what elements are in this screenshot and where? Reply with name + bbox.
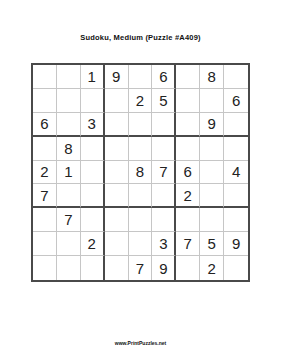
cell-r3c6 — [152, 113, 176, 137]
cell-r7c3 — [81, 208, 105, 232]
cell-r1c4: 9 — [105, 65, 129, 89]
cell-r9c7 — [176, 256, 200, 280]
cell-r7c1 — [33, 208, 57, 232]
cell-r5c9: 4 — [224, 161, 248, 185]
cell-r2c6: 5 — [152, 89, 176, 113]
cell-r9c8: 2 — [200, 256, 224, 280]
cell-r8c6: 3 — [152, 232, 176, 256]
cell-r8c2 — [57, 232, 81, 256]
cell-r1c7 — [176, 65, 200, 89]
cell-r4c5 — [129, 137, 153, 161]
cell-r8c4 — [105, 232, 129, 256]
cell-r7c4 — [105, 208, 129, 232]
cell-r8c5 — [129, 232, 153, 256]
cell-r5c4 — [105, 161, 129, 185]
cell-r9c5: 7 — [129, 256, 153, 280]
cell-r3c8: 9 — [200, 113, 224, 137]
cell-r5c8 — [200, 161, 224, 185]
cell-r8c8: 5 — [200, 232, 224, 256]
cell-r7c7 — [176, 208, 200, 232]
cell-r7c8 — [200, 208, 224, 232]
cell-r4c1 — [33, 137, 57, 161]
cell-r1c5 — [129, 65, 153, 89]
cell-r7c6 — [152, 208, 176, 232]
cell-r6c8 — [200, 184, 224, 208]
cell-r1c9 — [224, 65, 248, 89]
cell-r7c5 — [129, 208, 153, 232]
cell-r6c5 — [129, 184, 153, 208]
cell-r8c9: 9 — [224, 232, 248, 256]
cell-r9c1 — [33, 256, 57, 280]
cell-r2c4 — [105, 89, 129, 113]
cell-r3c7 — [176, 113, 200, 137]
cell-r4c7 — [176, 137, 200, 161]
cell-r4c3 — [81, 137, 105, 161]
cell-r4c4 — [105, 137, 129, 161]
cell-r8c1 — [33, 232, 57, 256]
cell-r5c3 — [81, 161, 105, 185]
cell-r1c8: 8 — [200, 65, 224, 89]
cell-r9c4 — [105, 256, 129, 280]
cell-r8c3: 2 — [81, 232, 105, 256]
cell-r8c7: 7 — [176, 232, 200, 256]
cell-r1c1 — [33, 65, 57, 89]
cell-r5c5: 8 — [129, 161, 153, 185]
cell-r9c2 — [57, 256, 81, 280]
cell-r6c1: 7 — [33, 184, 57, 208]
cell-r2c9: 6 — [224, 89, 248, 113]
cell-r2c3 — [81, 89, 105, 113]
cell-r3c2 — [57, 113, 81, 137]
cell-r1c3: 1 — [81, 65, 105, 89]
cell-r6c6 — [152, 184, 176, 208]
cell-r6c7: 2 — [176, 184, 200, 208]
cell-r2c5: 2 — [129, 89, 153, 113]
cell-r4c9 — [224, 137, 248, 161]
cell-r4c2: 8 — [57, 137, 81, 161]
cell-r3c4 — [105, 113, 129, 137]
cell-r2c1 — [33, 89, 57, 113]
cell-r4c8 — [200, 137, 224, 161]
cell-r5c7: 6 — [176, 161, 200, 185]
cell-r9c6: 9 — [152, 256, 176, 280]
cell-r1c6: 6 — [152, 65, 176, 89]
cell-r1c2 — [57, 65, 81, 89]
cell-r5c6: 7 — [152, 161, 176, 185]
sudoku-board: 1968256639821876472723759792 — [31, 63, 250, 282]
cell-r6c4 — [105, 184, 129, 208]
sudoku-page: Sudoku, Medium (Puzzle #A409) 1968256639… — [0, 0, 281, 363]
cell-r2c2 — [57, 89, 81, 113]
cell-r6c2 — [57, 184, 81, 208]
cell-r9c3 — [81, 256, 105, 280]
footer-url: www.PrintPuzzles.net — [0, 340, 281, 346]
cell-r7c2: 7 — [57, 208, 81, 232]
cell-r3c1: 6 — [33, 113, 57, 137]
page-title: Sudoku, Medium (Puzzle #A409) — [0, 33, 281, 42]
cell-r9c9 — [224, 256, 248, 280]
cell-r2c7 — [176, 89, 200, 113]
cell-r3c9 — [224, 113, 248, 137]
cell-r3c3: 3 — [81, 113, 105, 137]
cell-r7c9 — [224, 208, 248, 232]
cell-r6c3 — [81, 184, 105, 208]
cell-r3c5 — [129, 113, 153, 137]
cell-r5c1: 2 — [33, 161, 57, 185]
cell-r2c8 — [200, 89, 224, 113]
cell-r5c2: 1 — [57, 161, 81, 185]
cell-r6c9 — [224, 184, 248, 208]
cell-r4c6 — [152, 137, 176, 161]
